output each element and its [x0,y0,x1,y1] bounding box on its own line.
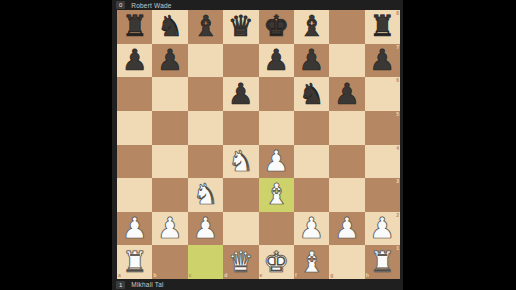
file-label-g: g [330,273,333,278]
white-rook: ♜ [365,245,400,279]
square-e4[interactable]: ♟ [259,145,294,179]
white-pawn: ♟ [294,212,329,246]
square-c1[interactable]: c [188,245,223,279]
square-d2[interactable] [223,212,258,246]
white-pawn: ♟ [365,212,400,246]
square-f8[interactable]: ♝ [294,10,329,44]
file-label-e: e [260,273,263,278]
black-pawn: ♟ [117,44,152,78]
square-a1[interactable]: ♜a [117,245,152,279]
square-d6[interactable]: ♟ [223,77,258,111]
square-e5[interactable] [259,111,294,145]
square-g1[interactable]: g [329,245,364,279]
square-h8[interactable]: ♜8 [365,10,400,44]
bottom-player-name: Mikhail Tal [131,281,163,288]
square-h1[interactable]: ♜1h [365,245,400,279]
black-pawn: ♟ [152,44,187,78]
square-e6[interactable] [259,77,294,111]
square-h6[interactable]: 6 [365,77,400,111]
file-label-d: d [224,273,227,278]
file-label-h: h [366,273,369,278]
square-c5[interactable] [188,111,223,145]
square-d7[interactable] [223,44,258,78]
white-pawn: ♟ [117,212,152,246]
square-g7[interactable] [329,44,364,78]
square-g8[interactable] [329,10,364,44]
square-h4[interactable]: 4 [365,145,400,179]
top-player-score-badge: 0 [116,1,125,9]
file-label-a: a [118,273,121,278]
rank-label-7: 7 [396,45,399,50]
file-label-b: b [153,273,156,278]
square-f7[interactable]: ♟ [294,44,329,78]
black-pawn: ♟ [294,44,329,78]
white-king: ♚ [259,245,294,279]
bottom-player-score-badge: 1 [116,281,125,289]
square-f3[interactable] [294,178,329,212]
chess-board: ♜♞♝♛♚♝♜8♟♟♟♟♟7♟♞♟65♞♟4♞♝3♟♟♟♟♟♟2♜abc♛d♚e… [117,10,400,279]
square-f2[interactable]: ♟ [294,212,329,246]
black-pawn: ♟ [223,77,258,111]
square-f5[interactable] [294,111,329,145]
square-a4[interactable] [117,145,152,179]
white-rook: ♜ [117,245,152,279]
square-g2[interactable]: ♟ [329,212,364,246]
rank-label-5: 5 [396,112,399,117]
square-e2[interactable] [259,212,294,246]
black-knight: ♞ [152,10,187,44]
square-a7[interactable]: ♟ [117,44,152,78]
square-d1[interactable]: ♛d [223,245,258,279]
black-pawn: ♟ [259,44,294,78]
black-bishop: ♝ [294,10,329,44]
square-e7[interactable]: ♟ [259,44,294,78]
white-bishop: ♝ [259,178,294,212]
game-panel: 0 Robert Wade ♜♞♝♛♚♝♜8♟♟♟♟♟7♟♞♟65♞♟4♞♝3♟… [112,0,403,290]
square-c3[interactable]: ♞ [188,178,223,212]
rank-label-4: 4 [396,146,399,151]
square-h2[interactable]: ♟2 [365,212,400,246]
black-king: ♚ [259,10,294,44]
square-c2[interactable]: ♟ [188,212,223,246]
square-g6[interactable]: ♟ [329,77,364,111]
white-knight: ♞ [223,145,258,179]
square-b3[interactable] [152,178,187,212]
square-a2[interactable]: ♟ [117,212,152,246]
square-a3[interactable] [117,178,152,212]
white-pawn: ♟ [188,212,223,246]
square-a5[interactable] [117,111,152,145]
square-d5[interactable] [223,111,258,145]
square-d3[interactable] [223,178,258,212]
white-queen: ♛ [223,245,258,279]
white-pawn: ♟ [152,212,187,246]
square-b2[interactable]: ♟ [152,212,187,246]
square-a6[interactable] [117,77,152,111]
bottom-player-bar: 1 Mikhail Tal [112,279,403,290]
top-player-bar: 0 Robert Wade [112,0,403,10]
square-e1[interactable]: ♚e [259,245,294,279]
black-knight: ♞ [294,77,329,111]
square-b7[interactable]: ♟ [152,44,187,78]
rank-label-1: 1 [396,246,399,251]
square-g5[interactable] [329,111,364,145]
file-label-c: c [189,273,192,278]
square-b6[interactable] [152,77,187,111]
black-rook: ♜ [117,10,152,44]
rank-label-3: 3 [396,179,399,184]
square-c7[interactable] [188,44,223,78]
white-knight: ♞ [188,178,223,212]
square-c6[interactable] [188,77,223,111]
black-queen: ♛ [223,10,258,44]
top-player-name: Robert Wade [131,2,171,9]
square-e8[interactable]: ♚ [259,10,294,44]
square-e3[interactable]: ♝ [259,178,294,212]
white-bishop: ♝ [294,245,329,279]
black-bishop: ♝ [188,10,223,44]
rank-label-2: 2 [396,213,399,218]
square-c8[interactable]: ♝ [188,10,223,44]
square-d4[interactable]: ♞ [223,145,258,179]
black-pawn: ♟ [365,44,400,78]
rank-label-6: 6 [396,78,399,83]
square-c4[interactable] [188,145,223,179]
black-pawn: ♟ [329,77,364,111]
square-b1[interactable]: b [152,245,187,279]
square-d8[interactable]: ♛ [223,10,258,44]
rank-label-8: 8 [396,11,399,16]
square-b8[interactable]: ♞ [152,10,187,44]
square-h3[interactable]: 3 [365,178,400,212]
square-b4[interactable] [152,145,187,179]
square-b5[interactable] [152,111,187,145]
square-f4[interactable] [294,145,329,179]
white-pawn: ♟ [259,145,294,179]
file-label-f: f [295,273,297,278]
square-a8[interactable]: ♜ [117,10,152,44]
square-h5[interactable]: 5 [365,111,400,145]
square-g3[interactable] [329,178,364,212]
white-pawn: ♟ [329,212,364,246]
square-g4[interactable] [329,145,364,179]
square-f1[interactable]: ♝f [294,245,329,279]
black-rook: ♜ [365,10,400,44]
square-h7[interactable]: ♟7 [365,44,400,78]
video-frame: 0 Robert Wade ♜♞♝♛♚♝♜8♟♟♟♟♟7♟♞♟65♞♟4♞♝3♟… [0,0,516,290]
square-f6[interactable]: ♞ [294,77,329,111]
